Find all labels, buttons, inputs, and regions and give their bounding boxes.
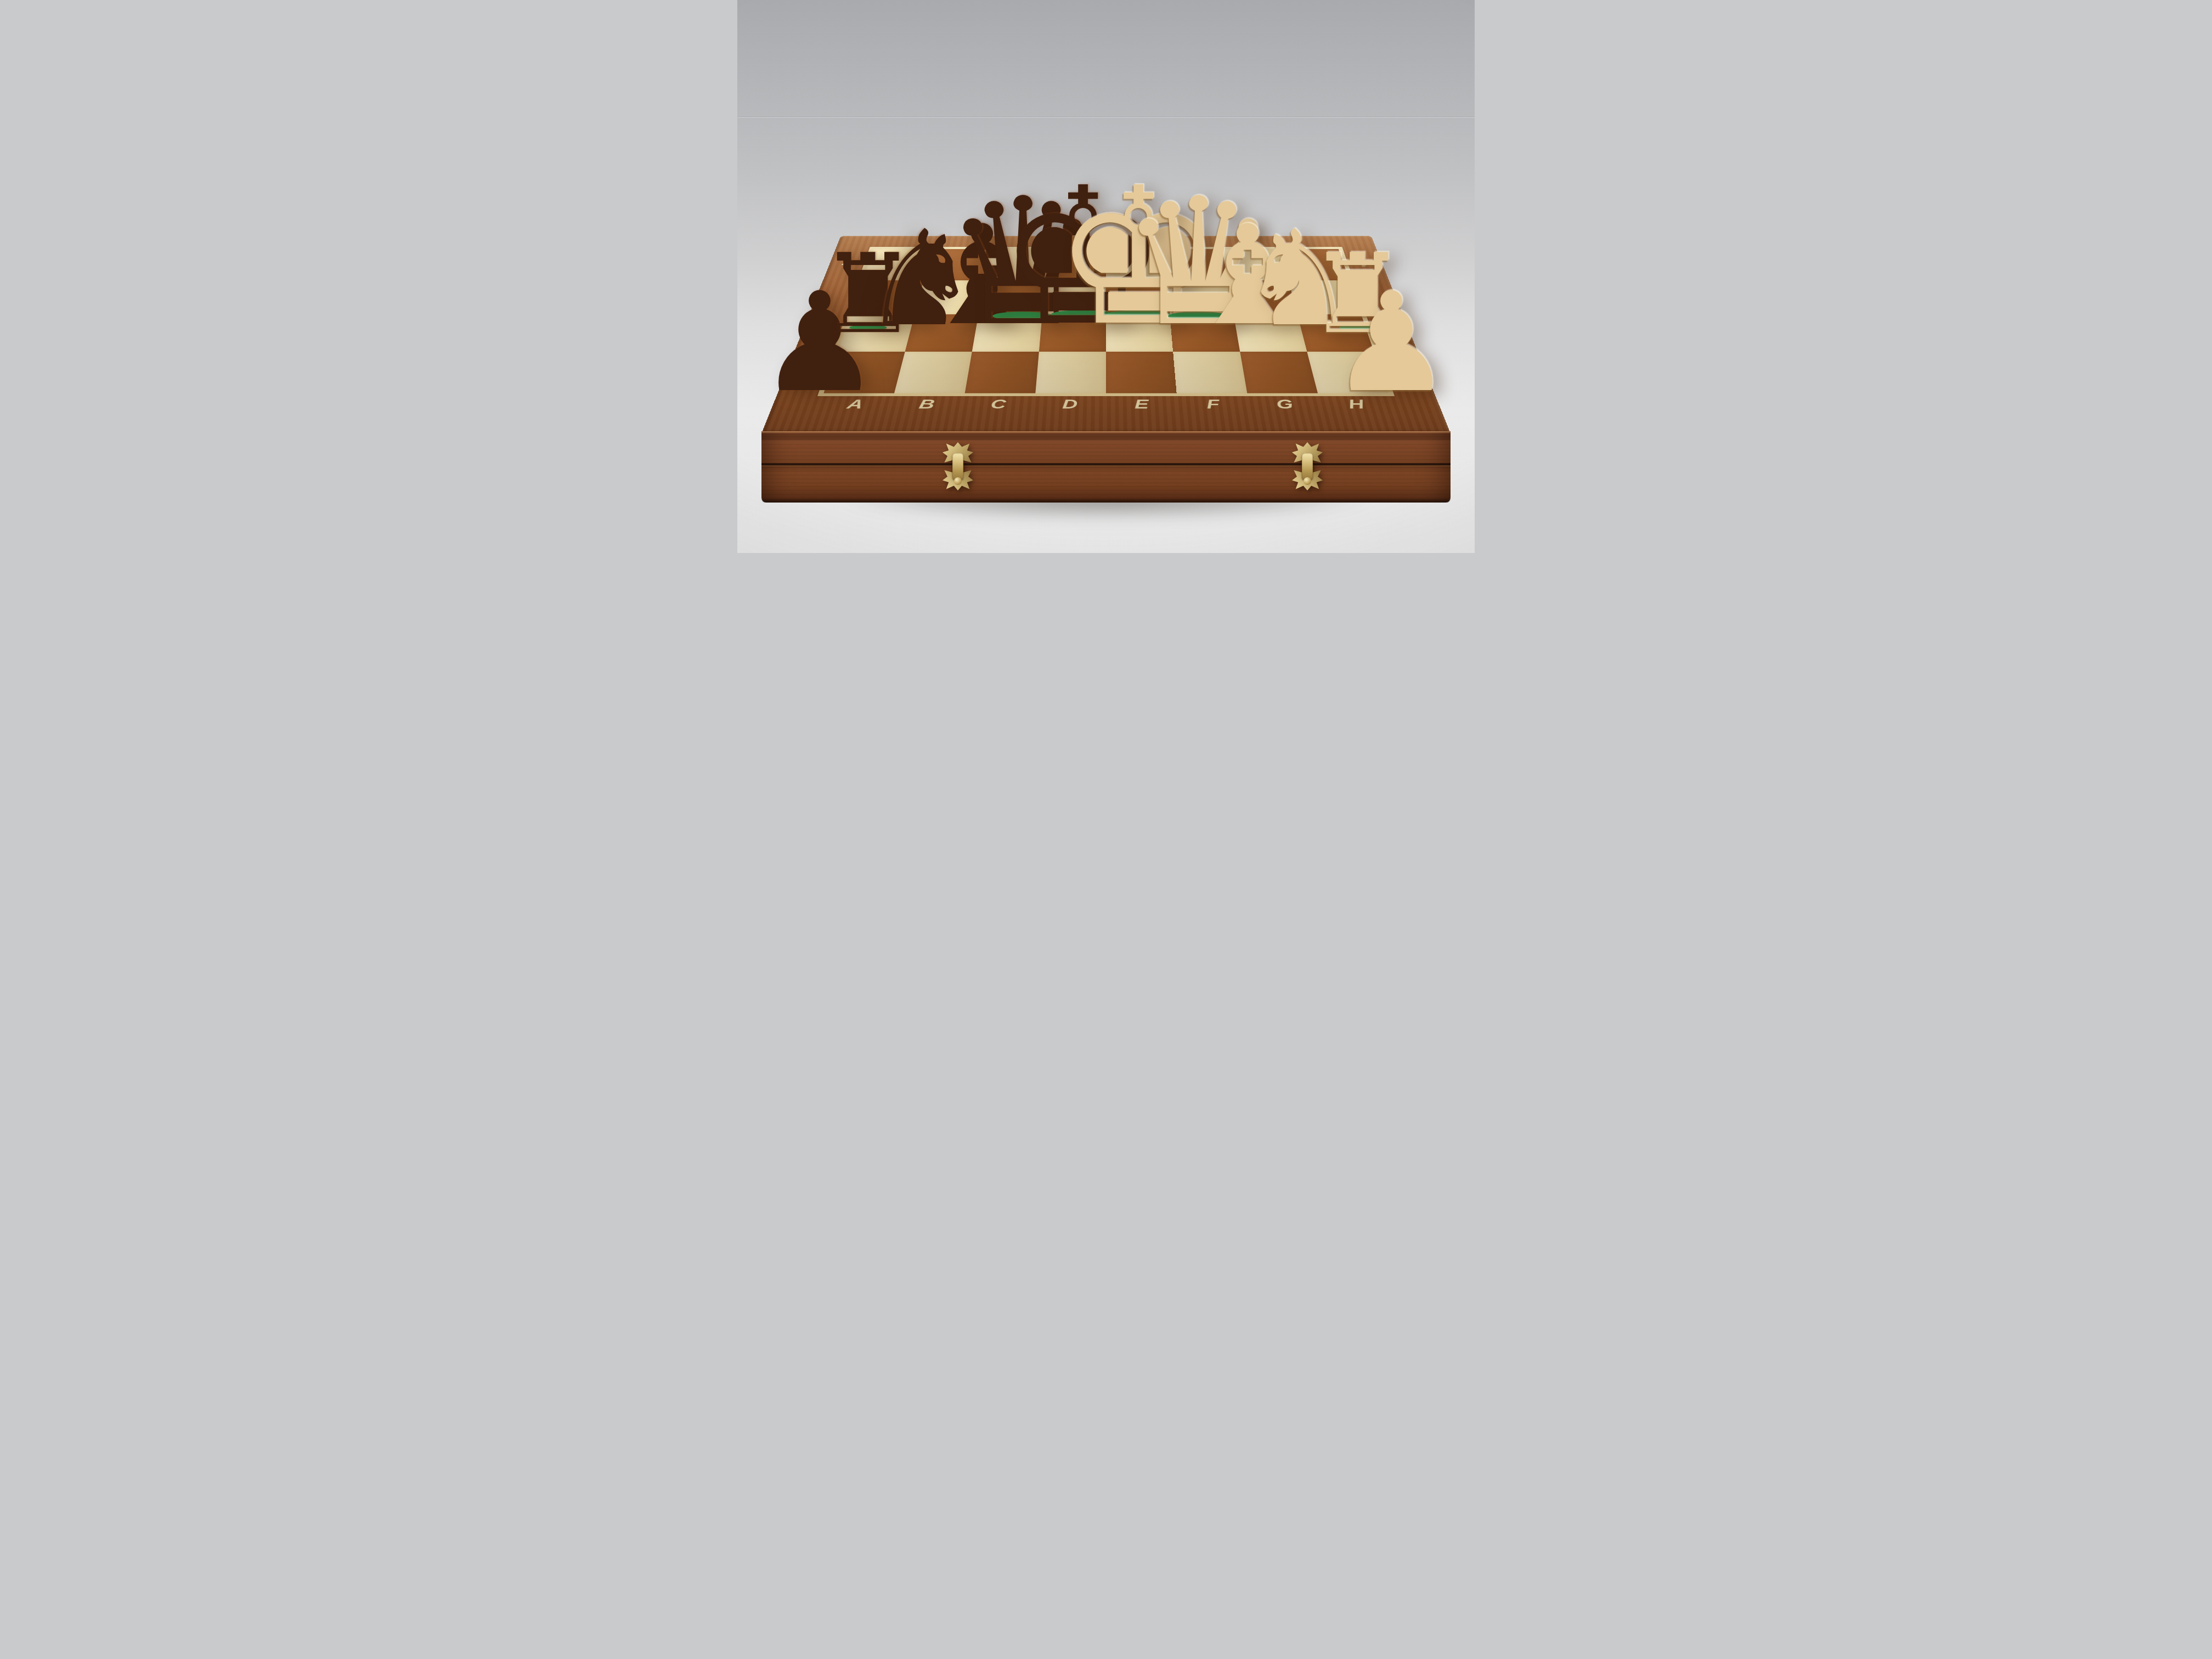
square-d3 <box>1042 280 1106 314</box>
rank-label-4-left: 4 <box>828 258 866 268</box>
square-h3 <box>1289 280 1361 314</box>
brass-latch-right <box>1290 440 1325 493</box>
square-c3 <box>979 280 1046 314</box>
square-a1 <box>823 352 905 393</box>
square-f1 <box>1173 352 1247 393</box>
square-d1 <box>1035 352 1106 393</box>
square-f4 <box>1164 249 1228 280</box>
file-label-h: H <box>1319 397 1395 411</box>
square-a4 <box>863 249 932 280</box>
file-label-g: G <box>1248 397 1323 411</box>
square-c2 <box>972 314 1042 352</box>
square-d4 <box>1045 249 1106 280</box>
square-e2 <box>1106 314 1173 352</box>
square-c1 <box>965 352 1039 393</box>
square-b4 <box>923 249 990 280</box>
lid-front-shadow-band <box>761 433 1451 440</box>
square-e1 <box>1106 352 1177 393</box>
square-h2 <box>1297 314 1374 352</box>
file-label-b: B <box>889 397 964 411</box>
square-h4 <box>1280 249 1350 280</box>
file-label-c: C <box>962 397 1035 411</box>
square-g3 <box>1228 280 1297 314</box>
latch-clasp-icon <box>952 453 963 479</box>
square-d2 <box>1039 314 1106 352</box>
file-label-a: A <box>817 397 893 411</box>
photo-stage: ABCDEFGH 4242 ♟♜♞♝♛♚♚♛♝♞♜♟ <box>737 0 1475 553</box>
rank-label-2-left: 2 <box>800 326 842 337</box>
square-h1 <box>1307 352 1388 393</box>
file-label-d: D <box>1034 397 1106 411</box>
box-front-face <box>761 431 1451 503</box>
square-b1 <box>894 352 972 393</box>
wall-table-seam <box>737 116 1475 118</box>
square-b3 <box>915 280 984 314</box>
squares-grid <box>823 249 1388 393</box>
latch-clasp-icon <box>1302 453 1313 479</box>
brass-latch-left <box>940 440 975 493</box>
board-top-face: ABCDEFGH 4242 <box>761 236 1451 433</box>
file-label-f: F <box>1177 397 1250 411</box>
square-a2 <box>838 314 915 352</box>
square-g1 <box>1240 352 1318 393</box>
square-b2 <box>905 314 979 352</box>
square-e4 <box>1106 249 1167 280</box>
rank-label-2-right: 2 <box>1370 326 1412 337</box>
square-f3 <box>1167 280 1234 314</box>
box-bottom-edge <box>761 499 1451 503</box>
square-a3 <box>851 280 923 314</box>
latch-pin-icon <box>1304 477 1311 485</box>
square-g4 <box>1222 249 1289 280</box>
latch-pin-icon <box>954 477 962 485</box>
square-e3 <box>1106 280 1170 314</box>
square-c4 <box>984 249 1048 280</box>
square-g2 <box>1233 314 1307 352</box>
file-label-e: E <box>1106 397 1178 411</box>
lid-seam-groove <box>761 463 1451 466</box>
square-f2 <box>1170 314 1240 352</box>
rank-label-4-right: 4 <box>1346 258 1384 268</box>
